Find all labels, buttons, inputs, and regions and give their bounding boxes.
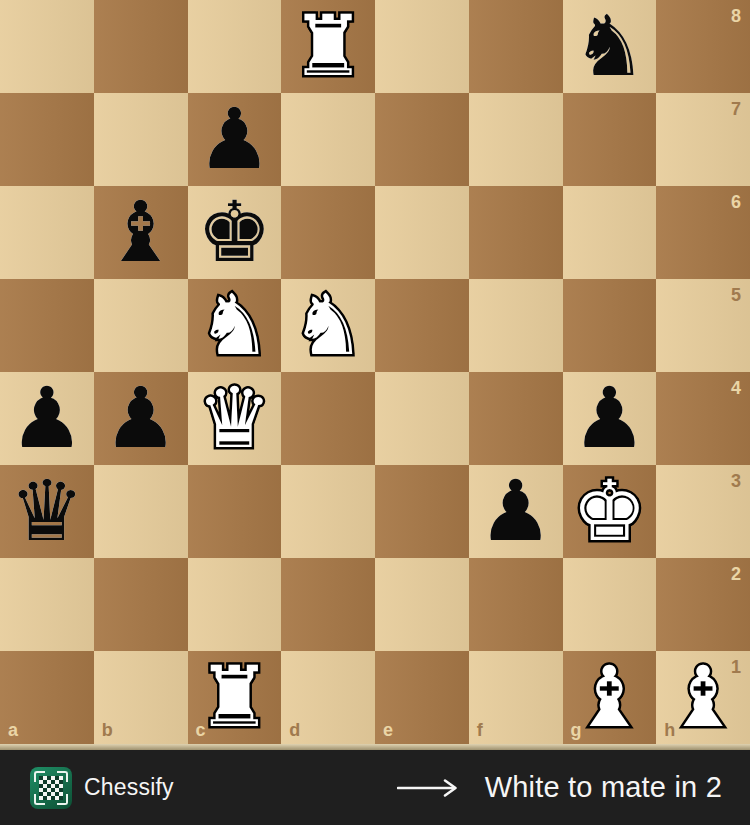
square-h1[interactable]: 1h♝ [656,651,750,744]
square-a5[interactable] [0,279,94,372]
square-d3[interactable] [281,465,375,558]
piece-black-bishop: ♝ [94,186,188,279]
rank-label-4: 4 [731,379,741,397]
piece-black-knight: ♞ [563,0,657,93]
rank-label-1: 1 [731,658,741,676]
file-label-c: c [196,721,206,739]
square-b7[interactable] [94,93,188,186]
square-c7[interactable]: ♟ [188,93,282,186]
square-h7[interactable]: 7 [656,93,750,186]
square-b8[interactable] [94,0,188,93]
square-f2[interactable] [469,558,563,651]
square-b2[interactable] [94,558,188,651]
square-g7[interactable] [563,93,657,186]
piece-black-pawn: ♟ [94,372,188,465]
square-a4[interactable]: ♟ [0,372,94,465]
square-c5[interactable]: ♞ [188,279,282,372]
piece-white-knight: ♞ [188,279,282,372]
piece-black-king: ♚ [188,186,282,279]
square-d5[interactable]: ♞ [281,279,375,372]
square-e5[interactable] [375,279,469,372]
square-a2[interactable] [0,558,94,651]
piece-white-queen: ♛ [188,372,282,465]
square-b1[interactable]: b [94,651,188,744]
file-label-b: b [102,721,113,739]
square-a6[interactable] [0,186,94,279]
square-d7[interactable] [281,93,375,186]
square-a1[interactable]: a [0,651,94,744]
square-a7[interactable] [0,93,94,186]
chess-board: ♜♞8♟7♝♚6♞♞5♟♟♛♟4♛♟♚32abc♜defg♝1h♝ [0,0,750,750]
square-e1[interactable]: e [375,651,469,744]
square-b4[interactable]: ♟ [94,372,188,465]
file-label-f: f [477,721,483,739]
rank-label-5: 5 [731,286,741,304]
square-f3[interactable]: ♟ [469,465,563,558]
square-f8[interactable] [469,0,563,93]
square-h6[interactable]: 6 [656,186,750,279]
square-c3[interactable] [188,465,282,558]
square-e6[interactable] [375,186,469,279]
piece-black-pawn: ♟ [0,372,94,465]
chessify-brand: Chessify [30,767,174,809]
puzzle-caption: White to mate in 2 [485,771,722,804]
square-e3[interactable] [375,465,469,558]
file-label-d: d [289,721,300,739]
square-d1[interactable]: d [281,651,375,744]
square-b3[interactable] [94,465,188,558]
square-h8[interactable]: 8 [656,0,750,93]
piece-black-pawn: ♟ [188,93,282,186]
square-f6[interactable] [469,186,563,279]
square-d8[interactable]: ♜ [281,0,375,93]
square-g1[interactable]: g♝ [563,651,657,744]
square-f4[interactable] [469,372,563,465]
square-g6[interactable] [563,186,657,279]
square-d4[interactable] [281,372,375,465]
square-h5[interactable]: 5 [656,279,750,372]
brand-name: Chessify [84,774,174,801]
square-f1[interactable]: f [469,651,563,744]
square-c1[interactable]: c♜ [188,651,282,744]
square-h4[interactable]: 4 [656,372,750,465]
square-g4[interactable]: ♟ [563,372,657,465]
square-g5[interactable] [563,279,657,372]
square-g8[interactable]: ♞ [563,0,657,93]
rank-label-2: 2 [731,565,741,583]
rank-label-8: 8 [731,7,741,25]
piece-white-rook: ♜ [281,0,375,93]
square-e2[interactable] [375,558,469,651]
board-grid: ♜♞8♟7♝♚6♞♞5♟♟♛♟4♛♟♚32abc♜defg♝1h♝ [0,0,750,744]
caption-group: White to mate in 2 [397,771,722,804]
square-c8[interactable] [188,0,282,93]
square-a3[interactable]: ♛ [0,465,94,558]
rank-label-7: 7 [731,100,741,118]
square-e8[interactable] [375,0,469,93]
square-d2[interactable] [281,558,375,651]
checkerboard-icon [39,776,63,800]
square-e4[interactable] [375,372,469,465]
square-a8[interactable] [0,0,94,93]
file-label-e: e [383,721,393,739]
square-b6[interactable]: ♝ [94,186,188,279]
file-label-a: a [8,721,18,739]
piece-black-queen: ♛ [0,465,94,558]
square-h3[interactable]: 3 [656,465,750,558]
right-arrow-icon [397,777,463,799]
piece-white-knight: ♞ [281,279,375,372]
square-h2[interactable]: 2 [656,558,750,651]
square-f7[interactable] [469,93,563,186]
square-c4[interactable]: ♛ [188,372,282,465]
square-c6[interactable]: ♚ [188,186,282,279]
chessify-logo-icon [30,767,72,809]
file-label-g: g [571,721,582,739]
square-b5[interactable] [94,279,188,372]
square-f5[interactable] [469,279,563,372]
piece-black-pawn: ♟ [469,465,563,558]
rank-label-6: 6 [731,193,741,211]
piece-black-pawn: ♟ [563,372,657,465]
rank-label-3: 3 [731,472,741,490]
square-g2[interactable] [563,558,657,651]
square-d6[interactable] [281,186,375,279]
piece-white-king: ♚ [563,465,657,558]
square-e7[interactable] [375,93,469,186]
footer-bar: Chessify White to mate in 2 [0,750,750,825]
file-label-h: h [664,721,675,739]
square-c2[interactable] [188,558,282,651]
square-g3[interactable]: ♚ [563,465,657,558]
